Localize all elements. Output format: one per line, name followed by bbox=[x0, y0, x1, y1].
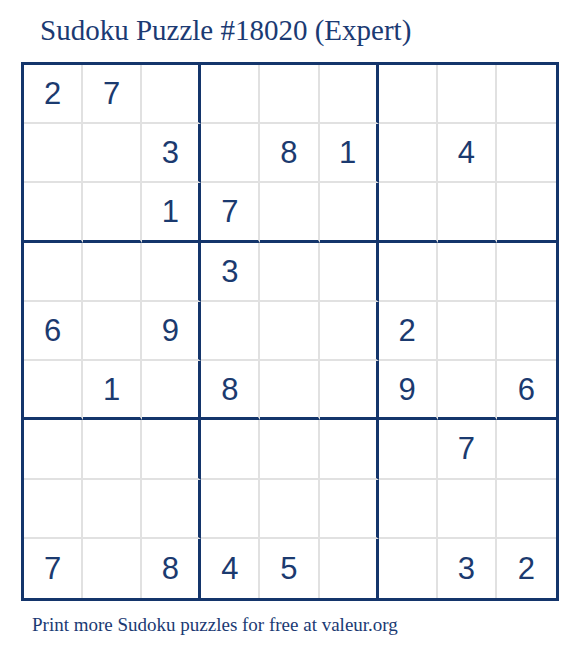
cell-r7-c3 bbox=[142, 420, 201, 479]
cell-r1-c7 bbox=[379, 65, 438, 124]
cell-r5-c3: 9 bbox=[142, 302, 201, 361]
cell-r8-c7 bbox=[379, 480, 438, 539]
cell-r1-c6 bbox=[320, 65, 379, 124]
page-title: Sudoku Puzzle #18020 (Expert) bbox=[40, 14, 411, 47]
cell-r4-c1 bbox=[24, 243, 83, 302]
cell-r5-c5 bbox=[260, 302, 319, 361]
cell-r7-c1 bbox=[24, 420, 83, 479]
cell-r2-c8: 4 bbox=[438, 124, 497, 183]
cell-r3-c4: 7 bbox=[201, 183, 260, 242]
cell-r2-c4 bbox=[201, 124, 260, 183]
cell-r3-c8 bbox=[438, 183, 497, 242]
cell-r3-c5 bbox=[260, 183, 319, 242]
cell-r3-c9 bbox=[497, 183, 556, 242]
cell-r3-c6 bbox=[320, 183, 379, 242]
cell-r7-c2 bbox=[83, 420, 142, 479]
cell-r1-c9 bbox=[497, 65, 556, 124]
cell-r5-c1: 6 bbox=[24, 302, 83, 361]
cell-r4-c5 bbox=[260, 243, 319, 302]
cell-r5-c9 bbox=[497, 302, 556, 361]
cell-r4-c6 bbox=[320, 243, 379, 302]
cell-r4-c9 bbox=[497, 243, 556, 302]
cell-r6-c9: 6 bbox=[497, 361, 556, 420]
cell-r7-c4 bbox=[201, 420, 260, 479]
cell-r2-c6: 1 bbox=[320, 124, 379, 183]
cell-r1-c3 bbox=[142, 65, 201, 124]
cell-r3-c3: 1 bbox=[142, 183, 201, 242]
cell-r7-c7 bbox=[379, 420, 438, 479]
cell-r7-c5 bbox=[260, 420, 319, 479]
cell-r8-c2 bbox=[83, 480, 142, 539]
cell-r4-c4: 3 bbox=[201, 243, 260, 302]
cell-r9-c5: 5 bbox=[260, 539, 319, 598]
cell-r5-c2 bbox=[83, 302, 142, 361]
cell-r4-c3 bbox=[142, 243, 201, 302]
cell-r5-c7: 2 bbox=[379, 302, 438, 361]
cell-r9-c7 bbox=[379, 539, 438, 598]
cell-r2-c7 bbox=[379, 124, 438, 183]
cell-r1-c4 bbox=[201, 65, 260, 124]
cell-r1-c2: 7 bbox=[83, 65, 142, 124]
cell-r7-c6 bbox=[320, 420, 379, 479]
cell-r9-c8: 3 bbox=[438, 539, 497, 598]
cell-r2-c5: 8 bbox=[260, 124, 319, 183]
cell-r9-c3: 8 bbox=[142, 539, 201, 598]
cell-r3-c1 bbox=[24, 183, 83, 242]
cell-r5-c8 bbox=[438, 302, 497, 361]
cell-r1-c5 bbox=[260, 65, 319, 124]
cell-r4-c7 bbox=[379, 243, 438, 302]
sudoku-board: 27381417369218967784532 bbox=[21, 62, 559, 601]
cell-r8-c8 bbox=[438, 480, 497, 539]
cell-r8-c4 bbox=[201, 480, 260, 539]
cell-r7-c8: 7 bbox=[438, 420, 497, 479]
cell-r4-c8 bbox=[438, 243, 497, 302]
cell-r8-c1 bbox=[24, 480, 83, 539]
cell-r9-c1: 7 bbox=[24, 539, 83, 598]
cell-r8-c6 bbox=[320, 480, 379, 539]
cell-r9-c6 bbox=[320, 539, 379, 598]
cell-r5-c4 bbox=[201, 302, 260, 361]
cell-r9-c4: 4 bbox=[201, 539, 260, 598]
cell-r2-c9 bbox=[497, 124, 556, 183]
cell-r6-c2: 1 bbox=[83, 361, 142, 420]
cell-r3-c2 bbox=[83, 183, 142, 242]
cell-r6-c5 bbox=[260, 361, 319, 420]
cell-r8-c9 bbox=[497, 480, 556, 539]
cell-r6-c7: 9 bbox=[379, 361, 438, 420]
cell-r7-c9 bbox=[497, 420, 556, 479]
cell-r4-c2 bbox=[83, 243, 142, 302]
cell-r1-c8 bbox=[438, 65, 497, 124]
sudoku-page: Sudoku Puzzle #18020 (Expert) 2738141736… bbox=[0, 0, 580, 651]
cell-r6-c1 bbox=[24, 361, 83, 420]
cell-r6-c6 bbox=[320, 361, 379, 420]
cell-r6-c4: 8 bbox=[201, 361, 260, 420]
cell-r6-c3 bbox=[142, 361, 201, 420]
cell-r3-c7 bbox=[379, 183, 438, 242]
cell-r1-c1: 2 bbox=[24, 65, 83, 124]
cell-r8-c5 bbox=[260, 480, 319, 539]
cell-r8-c3 bbox=[142, 480, 201, 539]
cell-r9-c2 bbox=[83, 539, 142, 598]
cell-r2-c1 bbox=[24, 124, 83, 183]
cell-r2-c3: 3 bbox=[142, 124, 201, 183]
cell-r5-c6 bbox=[320, 302, 379, 361]
footer-text: Print more Sudoku puzzles for free at va… bbox=[32, 614, 398, 636]
cell-r6-c8 bbox=[438, 361, 497, 420]
cell-r2-c2 bbox=[83, 124, 142, 183]
cell-r9-c9: 2 bbox=[497, 539, 556, 598]
